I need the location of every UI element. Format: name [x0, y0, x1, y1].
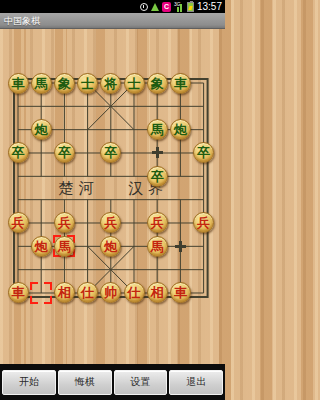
piece-black-elephant[interactable]: 象: [147, 73, 168, 94]
piece-red-cannon[interactable]: 炮: [31, 236, 52, 257]
piece-black-chariot[interactable]: 車: [8, 73, 29, 94]
piece-red-horse[interactable]: 馬: [147, 236, 168, 257]
piece-black-cannon[interactable]: 炮: [170, 119, 191, 140]
app-title: 中国象棋: [4, 16, 40, 26]
piece-red-soldier[interactable]: 兵: [8, 212, 29, 233]
piece-black-advisor[interactable]: 士: [124, 73, 145, 94]
battery-icon: [187, 2, 194, 12]
piece-black-soldier[interactable]: 卒: [147, 166, 168, 187]
river-label-chu-he: 楚 河: [59, 179, 94, 197]
piece-red-advisor[interactable]: 仕: [124, 282, 145, 303]
exit-button[interactable]: 退出: [169, 370, 223, 395]
title-bar: 中国象棋: [0, 13, 225, 29]
point-cross-marker: [175, 241, 186, 252]
piece-red-cannon[interactable]: 炮: [100, 236, 121, 257]
piece-black-elephant[interactable]: 象: [54, 73, 75, 94]
clock-time: 13:57: [197, 0, 222, 13]
piece-red-horse[interactable]: 馬: [54, 236, 75, 257]
piece-black-horse[interactable]: 馬: [31, 73, 52, 94]
start-button[interactable]: 开始: [2, 370, 56, 395]
point-cross-marker: [152, 147, 163, 158]
alarm-icon: [140, 3, 148, 11]
piece-black-chariot[interactable]: 車: [170, 73, 191, 94]
status-bar: C 3G 13:57: [0, 0, 225, 13]
piece-red-chariot[interactable]: 車: [8, 282, 29, 303]
bottom-button-bar: 开始 悔棋 设置 退出: [0, 364, 225, 400]
last-move-from-marker: [30, 282, 52, 304]
piece-black-cannon[interactable]: 炮: [31, 119, 52, 140]
piece-black-horse[interactable]: 馬: [147, 119, 168, 140]
c-badge-icon: C: [162, 2, 171, 12]
signal-triangle-icon: [151, 3, 159, 11]
undo-button[interactable]: 悔棋: [58, 370, 112, 395]
piece-black-general[interactable]: 将: [100, 73, 121, 94]
3g-signal-bars-icon: 3G: [174, 2, 184, 12]
piece-black-soldier[interactable]: 卒: [8, 142, 29, 163]
settings-button[interactable]: 设置: [114, 370, 168, 395]
piece-black-advisor[interactable]: 士: [77, 73, 98, 94]
xiangqi-board[interactable]: 楚 河汉 界 車馬象士将士象車炮馬炮卒卒卒卒卒兵兵兵兵兵炮馬炮馬車相仕帅仕相車: [0, 29, 225, 364]
